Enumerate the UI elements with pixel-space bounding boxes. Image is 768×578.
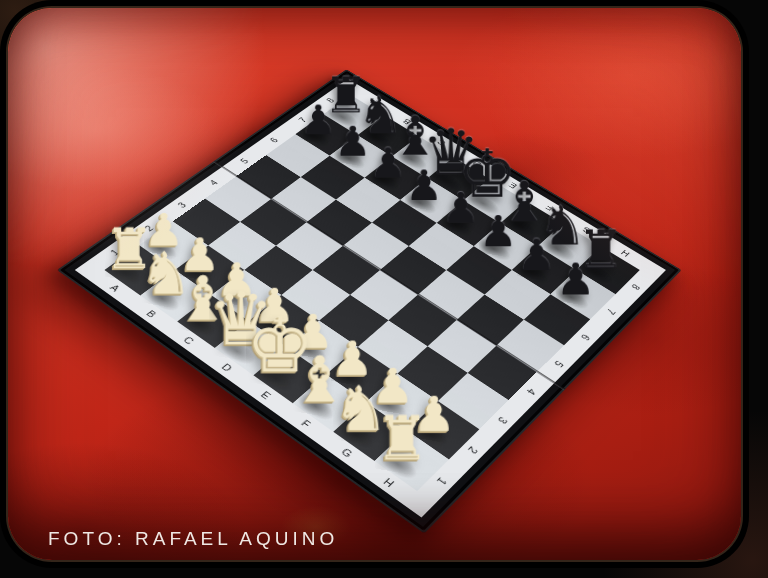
- black-pawn-h7: ♟: [556, 258, 595, 302]
- white-rook-h1: ♜: [375, 409, 429, 469]
- black-pawn-d7: ♟: [405, 165, 443, 207]
- photo: ABCDEFGH ABCDEFGH 87654321 87654321 ♜♞♝♛…: [8, 8, 741, 560]
- black-pawn-f7: ♟: [479, 210, 518, 253]
- black-pawn-g7: ♟: [517, 234, 556, 277]
- black-pawn-b7: ♟: [334, 121, 371, 162]
- black-pawn-c7: ♟: [369, 143, 406, 185]
- right-rank-label-8: 8: [611, 270, 661, 304]
- black-pawn-e7: ♟: [442, 187, 480, 230]
- photo-caption: FOTO: RAFAEL AQUINO: [48, 528, 338, 550]
- screenshot-root: { "game": "chess", "position": { "fen": …: [0, 0, 768, 578]
